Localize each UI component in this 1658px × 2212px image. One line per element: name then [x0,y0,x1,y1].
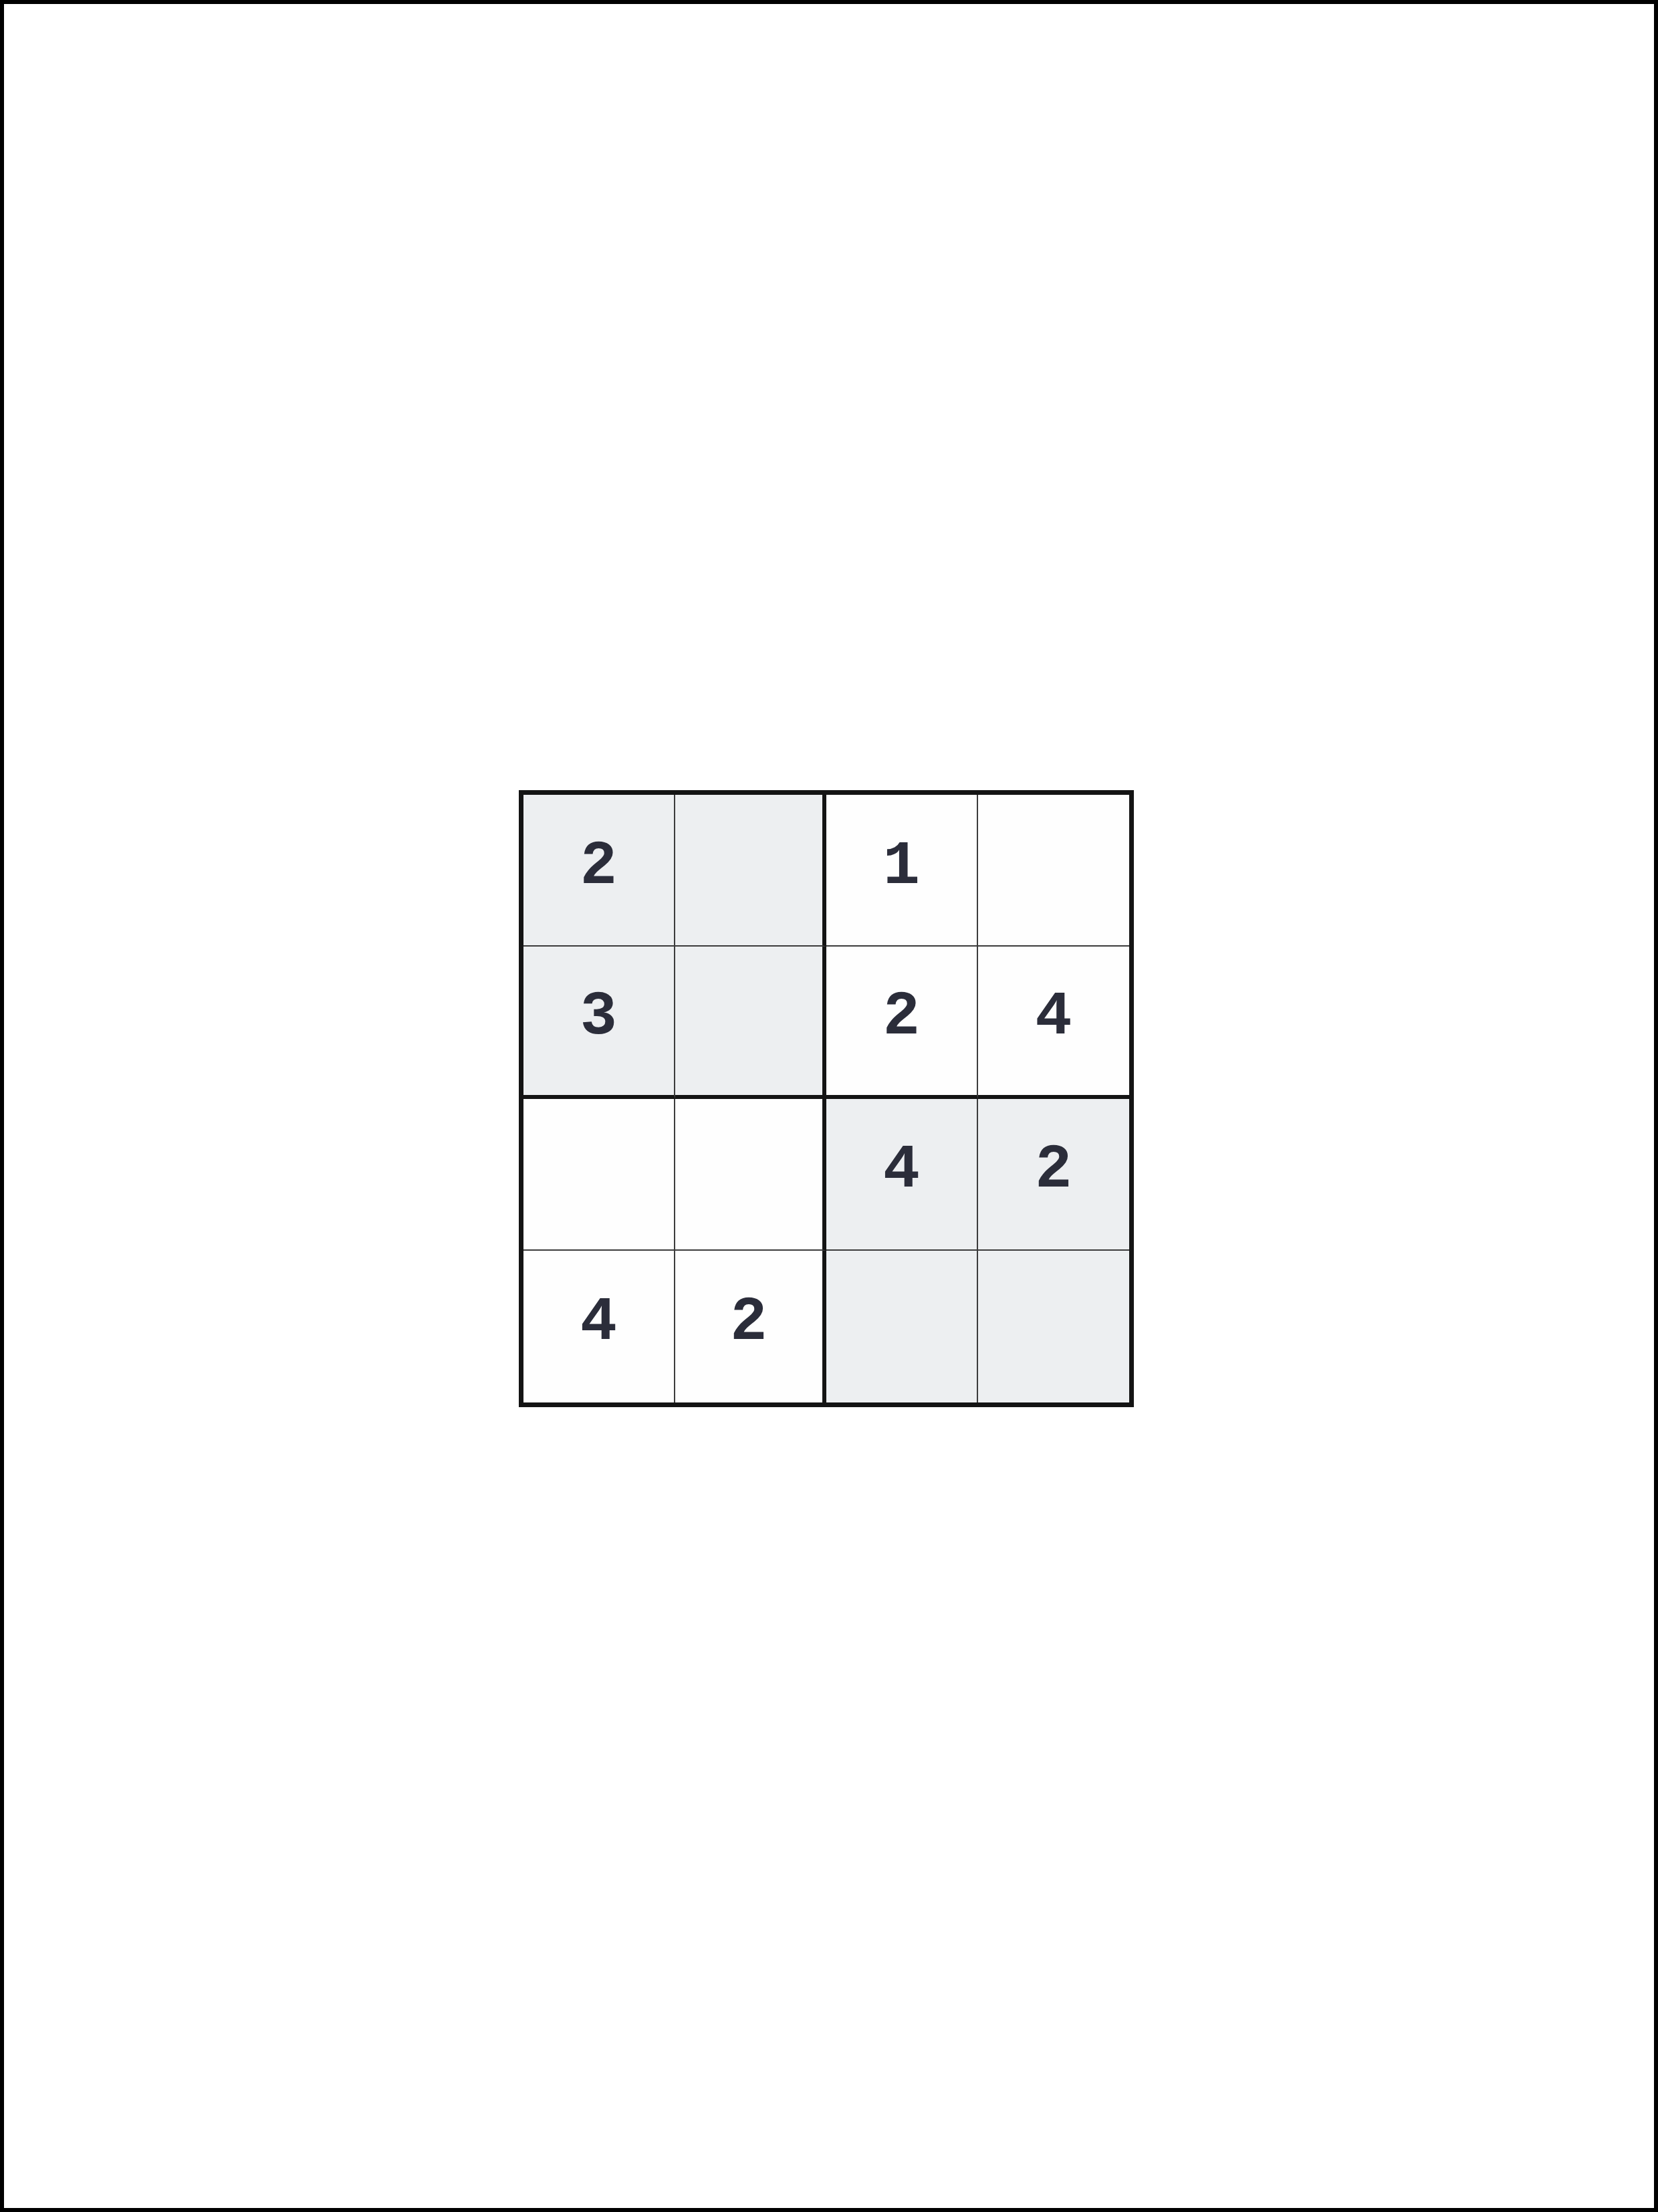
worksheet-page: 2 1 3 2 4 4 2 4 2 [0,0,1658,2212]
cell-r3c3[interactable]: 4 [826,1099,978,1251]
cell-r4c2[interactable]: 2 [675,1251,827,1402]
cell-r1c3[interactable]: 1 [826,795,978,947]
cell-r1c4[interactable] [978,795,1130,947]
cell-r3c1[interactable] [523,1099,675,1251]
cell-r2c2[interactable] [675,947,827,1098]
cell-r4c1[interactable]: 4 [523,1251,675,1402]
cell-r2c1[interactable]: 3 [523,947,675,1098]
cell-r4c4[interactable] [978,1251,1130,1402]
cell-r4c3[interactable] [826,1251,978,1402]
cell-r1c2[interactable] [675,795,827,947]
cell-r3c4[interactable]: 2 [978,1099,1130,1251]
cell-r1c1[interactable]: 2 [523,795,675,947]
sudoku-board: 2 1 3 2 4 4 2 4 2 [519,790,1134,1407]
cell-r2c4[interactable]: 4 [978,947,1130,1098]
cell-r2c3[interactable]: 2 [826,947,978,1098]
cell-r3c2[interactable] [675,1099,827,1251]
